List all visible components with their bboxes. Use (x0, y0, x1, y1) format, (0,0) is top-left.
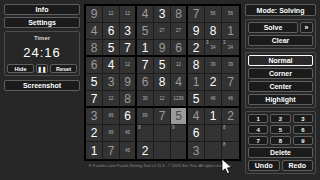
solve-button[interactable]: Solve (248, 22, 298, 33)
given-digit: 7 (227, 76, 234, 88)
given-digit: 7 (108, 145, 115, 157)
entered-digit: 7 (142, 59, 149, 71)
given-digit: 8 (124, 93, 131, 105)
given-digit: 6 (142, 76, 149, 88)
cell-r7c5[interactable]: 7 (154, 108, 171, 125)
cell-r2c3[interactable]: 3 (120, 23, 137, 40)
given-digit: 9 (159, 42, 166, 54)
given-digit: 6 (91, 59, 98, 71)
cell-r7c2[interactable]: 89 (103, 108, 120, 125)
mode-button-normal[interactable]: Normal (248, 55, 313, 66)
cell-r5c5[interactable]: 8 (154, 74, 171, 91)
cell-r3c9[interactable]: 343 (222, 40, 239, 57)
right-panel: Mode: Solving Solve » Clear NormalCorner… (245, 4, 316, 174)
center-pencil-marks: 1239 (171, 96, 186, 101)
center-pencil-marks: 89 (103, 131, 119, 136)
cell-r4c5[interactable]: 5 (154, 57, 171, 74)
delete-button[interactable]: Delete (248, 147, 313, 158)
numpad-3[interactable]: 3 (293, 114, 313, 123)
entered-digit: 1 (142, 42, 149, 54)
numpad-8[interactable]: 8 (270, 136, 290, 145)
cell-r1c1[interactable]: 9 (86, 6, 103, 23)
cell-r7c3[interactable]: 6 (120, 108, 137, 125)
given-digit: 7 (193, 8, 200, 20)
given-digit: 3 (91, 110, 98, 122)
cell-r1c2[interactable]: 12 (103, 6, 120, 23)
cell-r3c2[interactable]: 5 (103, 40, 120, 57)
cell-r2c7[interactable]: 9 (188, 23, 205, 40)
cell-r2c6[interactable]: 27 (171, 23, 188, 40)
cell-r9c6[interactable] (171, 142, 188, 159)
entered-digit: 1 (91, 145, 98, 157)
cell-r9c8[interactable] (205, 142, 222, 159)
cell-r6c9[interactable]: 46 (222, 91, 239, 108)
hide-timer-button[interactable]: Hide (7, 64, 34, 73)
center-pencil-marks: 89 (137, 114, 153, 119)
cell-r2c4[interactable]: 5 (137, 23, 154, 40)
info-button[interactable]: Info (4, 4, 80, 15)
cell-r4c3[interactable]: 12 (120, 57, 137, 74)
given-digit: 4 (91, 25, 98, 37)
cell-r7c4[interactable]: 89 (137, 108, 154, 125)
entered-digit: 8 (159, 76, 166, 88)
cell-r4c2[interactable]: 4 (103, 57, 120, 74)
center-pencil-marks: 46 (205, 96, 221, 101)
entered-digit: 5 (91, 76, 98, 88)
reset-timer-button[interactable]: Reset (50, 64, 77, 73)
timer-group: Timer 24:16 Hide ❚❚ Reset (4, 31, 80, 76)
cell-r1c7[interactable]: 7 (188, 6, 205, 23)
center-pencil-marks: 89 (103, 114, 119, 119)
cell-r1c3[interactable]: 12 (120, 6, 137, 23)
cell-r6c3[interactable]: 8 (120, 91, 137, 108)
console-expand-button[interactable]: » (300, 22, 313, 33)
entered-digit: 5 (193, 93, 200, 105)
cell-r8c2[interactable]: 89 (103, 125, 120, 142)
cell-r4c4[interactable]: 7 (137, 57, 154, 74)
cell-r3c4[interactable]: 1 (137, 40, 154, 57)
cell-r4c7[interactable]: 8 (188, 57, 205, 74)
given-digit: 8 (175, 8, 182, 20)
cell-r2c1[interactable]: 4 (86, 23, 103, 40)
numpad-1[interactable]: 1 (248, 114, 268, 123)
cell-r7c6[interactable]: 5 (171, 108, 188, 125)
center-pencil-marks: 45 (120, 148, 135, 153)
numpad-9[interactable]: 9 (293, 136, 313, 145)
given-digit: 9 (91, 8, 98, 20)
given-digit: 4 (142, 8, 149, 20)
cell-r3c3[interactable]: 7 (120, 40, 137, 57)
cell-r4c1[interactable]: 6 (86, 57, 103, 74)
cell-r8c9[interactable]: 8 (222, 125, 239, 142)
numpad: 123456789 (248, 114, 313, 145)
pause-icon[interactable]: ❚❚ (36, 64, 48, 73)
given-digit: 3 (108, 76, 115, 88)
undo-button[interactable]: Undo (248, 160, 280, 171)
center-pencil-marks: 12 (103, 12, 119, 17)
entered-digit: 2 (142, 145, 149, 157)
cell-r9c2[interactable]: 7 (103, 142, 120, 159)
center-pencil-marks: 34 (222, 45, 239, 50)
cell-r3c8[interactable]: 343 (205, 40, 222, 57)
cell-r6c1[interactable]: 7 (86, 91, 103, 108)
cell-r9c1[interactable]: 1 (86, 142, 103, 159)
corner-pencil-mark: 8 (223, 126, 226, 131)
entered-digit: 6 (124, 110, 131, 122)
numpad-2[interactable]: 2 (270, 114, 290, 123)
cell-r2c8[interactable]: 8 (205, 23, 222, 40)
cell-r6c4[interactable]: 39 (137, 91, 154, 108)
cell-r6c5[interactable]: 12 (154, 91, 171, 108)
cell-r3c5[interactable]: 9 (154, 40, 171, 57)
entered-digit: 9 (193, 25, 200, 37)
center-pencil-marks: 12 (120, 12, 135, 17)
cell-r2c2[interactable]: 6 (103, 23, 120, 40)
corner-pencil-mark: 9 (172, 126, 175, 131)
given-digit: 8 (91, 42, 98, 54)
center-pencil-marks: 39 (205, 63, 221, 68)
entered-digit: 3 (159, 8, 166, 20)
numpad-7[interactable]: 7 (248, 136, 268, 145)
center-pencil-marks: 12 (103, 96, 119, 101)
center-pencil-marks: 39 (137, 96, 153, 101)
given-digit: 1 (193, 76, 200, 88)
center-pencil-marks: 12 (171, 63, 186, 68)
cell-r9c7[interactable]: 3 (188, 142, 205, 159)
given-digit: 3 (193, 145, 200, 157)
entered-digit: 8 (193, 59, 200, 71)
cell-r1c5[interactable]: 3 (154, 6, 171, 23)
mode-button-corner[interactable]: Corner (248, 68, 313, 79)
entered-digit: 2 (210, 76, 217, 88)
given-digit: 5 (175, 110, 182, 122)
cell-r6c6[interactable]: 1239 (171, 91, 188, 108)
corner-pencil-mark: 9 (138, 126, 141, 131)
center-pencil-marks: 34 (205, 45, 221, 50)
center-pencil-marks: 45 (120, 131, 135, 136)
entered-digit: 5 (108, 42, 115, 54)
cell-r2c9[interactable]: 1 (222, 23, 239, 40)
redo-button[interactable]: Redo (282, 160, 314, 171)
footer-copyright: F-Puzzles.com Puzzle Setting Tool v1.11.… (84, 163, 237, 168)
given-digit: 4 (175, 76, 182, 88)
cell-r3c7[interactable]: 2 (188, 40, 205, 57)
center-pencil-marks: 12 (120, 63, 135, 68)
timer-label: Timer (7, 35, 77, 41)
cell-r5c3[interactable]: 9 (120, 74, 137, 91)
cell-r3c1[interactable]: 8 (86, 40, 103, 57)
entered-digit: 7 (124, 42, 131, 54)
entered-digit: 1 (210, 110, 217, 122)
sudoku-board[interactable]: 9121243875656463527279818571962343343641… (84, 4, 241, 161)
clear-button[interactable]: Clear (248, 35, 313, 46)
cell-r9c3[interactable]: 45 (120, 142, 137, 159)
entered-digit: 2 (91, 127, 98, 139)
cell-r7c9[interactable]: 2 (222, 108, 239, 125)
corner-pencil-mark: 3 (223, 41, 226, 46)
entered-digit: 8 (210, 25, 217, 37)
cell-r4c8[interactable]: 39 (205, 57, 222, 74)
center-pencil-marks: 39 (222, 63, 239, 68)
entered-digit: 4 (108, 59, 115, 71)
cell-r8c1[interactable]: 2 (86, 125, 103, 142)
cell-r5c8[interactable]: 2 (205, 74, 222, 91)
entered-digit: 7 (91, 93, 98, 105)
given-digit: 2 (227, 110, 234, 122)
cell-r1c9[interactable]: 56 (222, 6, 239, 23)
center-pencil-marks: 56 (205, 12, 221, 17)
corner-pencil-mark: 8 (223, 143, 226, 148)
given-digit: 4 (193, 110, 200, 122)
left-panel: Info Settings Timer 24:16 Hide ❚❚ Reset … (4, 4, 80, 91)
given-digit: 6 (175, 42, 182, 54)
numpad-5[interactable]: 5 (270, 125, 290, 134)
screenshot-button[interactable]: Screenshot (4, 80, 80, 91)
mode-button-highlight[interactable]: Highlight (248, 94, 313, 105)
cell-r8c5[interactable] (154, 125, 171, 142)
cell-r9c5[interactable] (154, 142, 171, 159)
given-digit: 9 (124, 76, 131, 88)
cell-r5c7[interactable]: 1 (188, 74, 205, 91)
cell-r7c7[interactable]: 4 (188, 108, 205, 125)
cell-r5c2[interactable]: 3 (103, 74, 120, 91)
corner-pencil-mark: 3 (206, 41, 209, 46)
given-digit: 1 (227, 25, 234, 37)
cell-r8c8[interactable] (205, 125, 222, 142)
entered-digit: 2 (193, 42, 200, 54)
cell-r6c8[interactable]: 46 (205, 91, 222, 108)
numpad-4[interactable]: 4 (248, 125, 268, 134)
cell-r1c4[interactable]: 4 (137, 6, 154, 23)
numpad-6[interactable]: 6 (293, 125, 313, 134)
cell-r4c6[interactable]: 12 (171, 57, 188, 74)
timer-value: 24:16 (7, 45, 77, 60)
cell-r6c2[interactable]: 12 (103, 91, 120, 108)
cell-r8c3[interactable]: 45 (120, 125, 137, 142)
cell-r7c1[interactable]: 3 (86, 108, 103, 125)
cell-r6c7[interactable]: 5 (188, 91, 205, 108)
cell-r8c4[interactable]: 9 (137, 125, 154, 142)
cell-r5c1[interactable]: 5 (86, 74, 103, 91)
cell-r1c8[interactable]: 56 (205, 6, 222, 23)
cell-r5c6[interactable]: 4 (171, 74, 188, 91)
center-pencil-marks: 12 (154, 96, 170, 101)
cell-r1c6[interactable]: 8 (171, 6, 188, 23)
entered-digit: 3 (124, 25, 131, 37)
given-digit: 7 (159, 110, 166, 122)
center-pencil-marks: 46 (222, 96, 239, 101)
input-group: 123456789 Delete Undo Redo (245, 111, 316, 174)
cell-r5c9[interactable]: 7 (222, 74, 239, 91)
cell-r8c6[interactable]: 9 (171, 125, 188, 142)
center-pencil-marks: 27 (154, 29, 170, 34)
entered-digit: 5 (159, 59, 166, 71)
entered-digit: 6 (108, 25, 115, 37)
center-pencil-marks: 56 (222, 12, 239, 17)
center-pencil-marks: 27 (171, 29, 186, 34)
solve-group: Solve » Clear (245, 19, 316, 49)
cell-r7c8[interactable]: 1 (205, 108, 222, 125)
entered-digit: 6 (193, 127, 200, 139)
cell-r9c4[interactable]: 2 (137, 142, 154, 159)
settings-button[interactable]: Settings (4, 17, 80, 28)
mode-button-center[interactable]: Center (248, 81, 313, 92)
cell-r9c9[interactable]: 8 (222, 142, 239, 159)
cell-r8c7[interactable]: 6 (188, 125, 205, 142)
cell-r5c4[interactable]: 6 (137, 74, 154, 91)
mode-indicator: Mode: Solving (245, 4, 316, 16)
cell-r3c6[interactable]: 6 (171, 40, 188, 57)
cell-r4c9[interactable]: 39 (222, 57, 239, 74)
cell-r2c5[interactable]: 27 (154, 23, 171, 40)
entry-mode-group: NormalCornerCenterHighlight (245, 52, 316, 108)
given-digit: 5 (142, 25, 149, 37)
